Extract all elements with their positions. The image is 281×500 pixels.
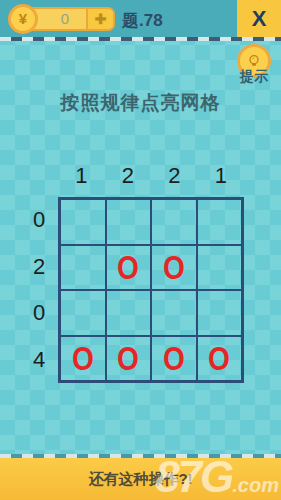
grid-cell-r4c3[interactable]: O xyxy=(151,336,197,382)
top-dashed-divider xyxy=(0,37,281,41)
grid-cell-r1c2[interactable] xyxy=(106,199,152,245)
cell-mark: O xyxy=(117,251,139,284)
row-clue: 0 xyxy=(24,197,54,244)
watermark-suffix: .com xyxy=(232,474,279,497)
grid-cell-r2c4[interactable] xyxy=(197,245,243,291)
add-coins-button[interactable]: ✚ xyxy=(86,9,113,29)
grid-cell-r3c4[interactable] xyxy=(197,290,243,336)
col-clue: 1 xyxy=(58,163,105,193)
cell-mark: O xyxy=(163,342,185,375)
cell-mark: O xyxy=(72,342,94,375)
grid-cell-r4c2[interactable]: O xyxy=(106,336,152,382)
grid-cell-r4c4[interactable]: O xyxy=(197,336,243,382)
hint-button[interactable]: 提示 xyxy=(230,44,278,86)
close-button[interactable]: X xyxy=(237,0,281,37)
puzzle-title: 按照规律点亮网格 xyxy=(0,90,281,116)
grid-cell-r2c3[interactable]: O xyxy=(151,245,197,291)
game-screen: 0 ✚ ¥ 题.78 X 提示 按照规律点亮网格 1 2 2 1 0 2 0 4 xyxy=(0,0,281,500)
row-clue: 2 xyxy=(24,244,54,291)
top-bar: 0 ✚ ¥ 题.78 X xyxy=(0,0,281,37)
col-clue: 1 xyxy=(198,163,245,193)
grid-cell-r2c1[interactable] xyxy=(60,245,106,291)
coin-counter: 0 ✚ ¥ xyxy=(8,6,114,32)
cell-mark: O xyxy=(163,251,185,284)
column-clues: 1 2 2 1 xyxy=(58,163,244,193)
grid-cell-r3c2[interactable] xyxy=(106,290,152,336)
row-clues: 0 2 0 4 xyxy=(24,197,54,383)
row-clue: 0 xyxy=(24,290,54,337)
hint-label: 提示 xyxy=(230,68,278,86)
lightbulb-icon xyxy=(246,53,262,69)
grid-cell-r3c1[interactable] xyxy=(60,290,106,336)
puzzle-grid: O O O O O O xyxy=(58,197,244,383)
col-clue: 2 xyxy=(105,163,152,193)
grid-cell-r1c4[interactable] xyxy=(197,199,243,245)
grid-cell-r1c1[interactable] xyxy=(60,199,106,245)
level-label: 题.78 xyxy=(122,9,163,32)
row-clue: 4 xyxy=(24,337,54,384)
watermark-logo: 87G .com xyxy=(155,452,279,500)
cell-mark: O xyxy=(208,342,230,375)
grid-cell-r2c2[interactable]: O xyxy=(106,245,152,291)
cell-mark: O xyxy=(117,342,139,375)
coin-count: 0 xyxy=(47,9,83,29)
grid-cell-r1c3[interactable] xyxy=(151,199,197,245)
grid-cell-r4c1[interactable]: O xyxy=(60,336,106,382)
col-clue: 2 xyxy=(151,163,198,193)
yen-coin-icon: ¥ xyxy=(8,4,38,34)
watermark-main: 87G xyxy=(155,452,232,500)
grid-cell-r3c3[interactable] xyxy=(151,290,197,336)
